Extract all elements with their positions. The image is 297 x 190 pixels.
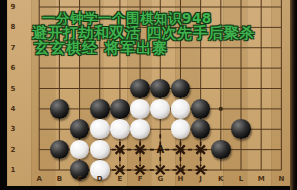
col-label-M: M bbox=[258, 175, 265, 183]
stone-white-F4[interactable] bbox=[130, 99, 150, 119]
row-label-4: 4 bbox=[11, 105, 16, 113]
stone-white-D2[interactable] bbox=[90, 140, 110, 160]
stone-black-D4[interactable] bbox=[90, 99, 110, 119]
col-label-G: G bbox=[157, 175, 163, 183]
row-label-3: 3 bbox=[11, 125, 16, 133]
col-label-A: A bbox=[36, 175, 41, 183]
stone-white-D3[interactable] bbox=[90, 119, 110, 139]
col-label-C: C bbox=[77, 175, 82, 183]
stone-white-H4[interactable] bbox=[171, 99, 191, 119]
col-label-N: N bbox=[278, 175, 284, 183]
stone-white-E3[interactable] bbox=[110, 119, 130, 139]
col-label-E: E bbox=[118, 175, 123, 183]
left-black-bar bbox=[0, 0, 7, 190]
board-right-edge-shadow bbox=[290, 0, 297, 190]
point-label-G2[interactable]: A bbox=[156, 144, 164, 155]
stone-black-K2[interactable] bbox=[211, 140, 231, 160]
bottom-black-bar bbox=[0, 186, 297, 190]
col-label-B: B bbox=[57, 175, 62, 183]
stone-black-F5[interactable] bbox=[130, 79, 150, 99]
stone-black-B4[interactable] bbox=[50, 99, 70, 119]
stone-white-H3[interactable] bbox=[171, 119, 191, 139]
row-label-1: 1 bbox=[11, 166, 16, 174]
row-label-9: 9 bbox=[11, 3, 16, 11]
row-label-6: 6 bbox=[11, 64, 16, 72]
stone-white-F3[interactable] bbox=[130, 119, 150, 139]
col-label-F: F bbox=[138, 175, 143, 183]
col-label-J: J bbox=[199, 175, 202, 183]
col-label-L: L bbox=[239, 175, 243, 183]
row-label-7: 7 bbox=[11, 44, 16, 52]
col-label-K: K bbox=[218, 175, 223, 183]
video-frame: A987654321ABCDEFGHJKLMN 一分钟学一个围棋知识948 避开… bbox=[0, 0, 297, 190]
row-label-2: 2 bbox=[11, 146, 16, 154]
col-label-H: H bbox=[178, 175, 184, 183]
stone-black-L3[interactable] bbox=[231, 119, 251, 139]
stone-black-J4[interactable] bbox=[191, 99, 211, 119]
stone-white-G4[interactable] bbox=[150, 99, 170, 119]
col-label-D: D bbox=[97, 175, 103, 183]
row-label-5: 5 bbox=[11, 85, 16, 93]
row-label-8: 8 bbox=[11, 23, 16, 31]
caption-line-3: 玄玄棋经 将军出寨 bbox=[34, 39, 168, 58]
stone-black-E4[interactable] bbox=[110, 99, 130, 119]
